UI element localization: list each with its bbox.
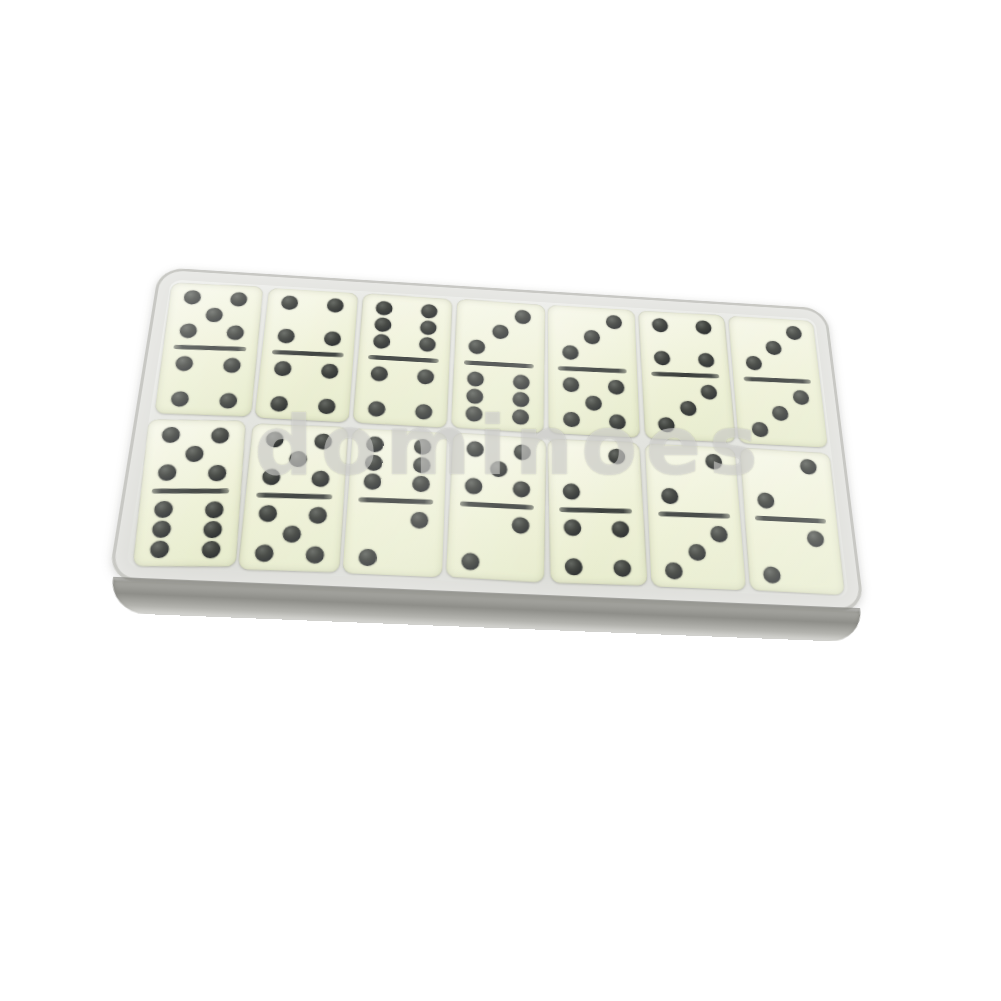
domino-half-bottom [238, 497, 343, 573]
pip [411, 511, 429, 528]
pip [513, 481, 531, 498]
pip [175, 355, 194, 371]
pip [326, 298, 344, 313]
pip [226, 325, 244, 340]
pip [154, 501, 174, 518]
pip [273, 360, 292, 376]
domino-half-bottom [254, 353, 353, 422]
pip [280, 295, 298, 310]
pip [489, 461, 507, 478]
pip [800, 458, 818, 474]
pip [492, 324, 509, 339]
pip [513, 374, 530, 390]
pip [758, 493, 776, 510]
pip [700, 384, 717, 399]
pip [562, 345, 578, 360]
domino-half-top [348, 428, 446, 501]
domino-5-4 [155, 283, 263, 417]
pip [311, 471, 330, 488]
tile-tray [125, 279, 850, 599]
pip [365, 455, 383, 472]
pip [765, 341, 782, 356]
pip [466, 441, 484, 458]
pip [652, 318, 669, 333]
pip [277, 329, 295, 344]
pip [205, 501, 225, 518]
domino-half-bottom [746, 519, 845, 595]
pip [261, 469, 280, 486]
pip [514, 444, 531, 461]
pip [512, 409, 529, 425]
pip [665, 562, 683, 580]
pip [314, 433, 333, 449]
pip [358, 549, 377, 567]
pip [512, 516, 530, 533]
domino-2-4 [548, 439, 647, 586]
pip [211, 427, 230, 443]
pip [465, 478, 483, 495]
pip [420, 320, 437, 335]
domino-5-2 [446, 433, 546, 583]
pip [417, 369, 435, 385]
pip [698, 353, 715, 368]
pip [230, 292, 248, 307]
pip [609, 448, 627, 464]
pip [515, 309, 531, 324]
pip [219, 393, 238, 409]
domino-5-5 [238, 423, 348, 572]
domino-half-bottom [734, 380, 828, 448]
pip [308, 506, 327, 523]
pip [364, 473, 383, 490]
pip [605, 315, 621, 330]
pip [183, 290, 202, 305]
domino-case [108, 267, 865, 612]
domino-half-top [450, 433, 546, 507]
domino-half-top [454, 299, 544, 366]
pip [607, 379, 624, 394]
pip [281, 525, 301, 542]
pip [415, 404, 433, 420]
pip [179, 324, 198, 339]
pip [317, 399, 335, 415]
pip [203, 521, 223, 538]
domino-half-bottom [343, 501, 444, 577]
domino-half-bottom [642, 375, 735, 442]
pip [374, 317, 392, 332]
pip [201, 541, 221, 558]
pip [170, 391, 189, 407]
pip [419, 337, 436, 352]
domino-half-bottom [549, 511, 647, 585]
domino-3-6 [451, 299, 545, 434]
pip [563, 412, 580, 428]
pip [585, 395, 602, 411]
domino-half-top [262, 288, 358, 354]
domino-half-bottom [446, 505, 545, 582]
pip [421, 304, 438, 319]
pip [807, 530, 825, 547]
domino-half-top [548, 305, 637, 370]
pip [412, 476, 430, 493]
domino-3-5 [548, 305, 640, 438]
product-photo: dominoes [0, 0, 1001, 1001]
domino-half-top [740, 448, 836, 520]
pip [305, 546, 325, 564]
domino-half-bottom [548, 369, 639, 437]
pip [376, 300, 393, 315]
pip [563, 484, 581, 501]
pip [254, 545, 274, 563]
pip [414, 438, 432, 454]
domino-5-6 [133, 419, 245, 566]
domino-half-top [164, 283, 263, 348]
pip [745, 356, 762, 371]
pip [258, 505, 278, 522]
pip [288, 451, 307, 468]
domino-2-3 [645, 443, 747, 590]
pip [150, 541, 170, 558]
pip [688, 544, 706, 561]
domino-half-top [645, 443, 740, 515]
domino-4-4 [254, 288, 358, 423]
pip [413, 457, 431, 474]
pip [614, 560, 632, 577]
pip [695, 320, 712, 335]
domino-half-top [359, 293, 452, 359]
pip [321, 363, 339, 379]
pip [564, 519, 582, 536]
domino-half-bottom [133, 493, 240, 566]
pip [679, 401, 696, 416]
pip [366, 436, 384, 452]
domino-half-top [729, 316, 820, 381]
pip [158, 465, 178, 481]
domino-half-top [638, 311, 729, 375]
pip [466, 388, 483, 404]
pip [461, 553, 480, 571]
pip [792, 390, 810, 405]
domino-6-4 [353, 293, 452, 428]
domino-half-top [548, 439, 643, 510]
domino-half-top [141, 419, 245, 489]
pip [608, 414, 625, 430]
domino-2-2 [740, 448, 844, 595]
pip [565, 558, 583, 575]
pip [562, 377, 579, 393]
domino-divider-bar [152, 489, 230, 494]
pip [658, 417, 675, 433]
pip [705, 453, 723, 469]
pip [223, 357, 242, 372]
pip [710, 525, 728, 542]
pip [467, 371, 484, 387]
domino-4-3 [638, 311, 735, 443]
pip [152, 521, 172, 538]
domino-half-bottom [155, 348, 257, 416]
pip [785, 325, 802, 340]
domino-half-bottom [353, 358, 449, 428]
pip [612, 521, 630, 538]
pip [371, 366, 389, 382]
pip [654, 351, 671, 366]
pip [468, 339, 485, 354]
pip [584, 330, 600, 345]
pip [205, 307, 223, 322]
pip [772, 406, 790, 422]
pip [661, 488, 679, 505]
pip [763, 567, 782, 585]
domino-3-3 [729, 316, 828, 448]
pip [161, 427, 180, 443]
domino-half-top [246, 423, 348, 495]
pip [751, 422, 769, 438]
pip [465, 406, 482, 422]
domino-6-2 [343, 428, 447, 577]
pip [512, 392, 529, 408]
pip [368, 401, 386, 417]
pip [208, 465, 227, 481]
pip [323, 331, 341, 346]
domino-half-bottom [451, 363, 544, 433]
pip [269, 396, 288, 412]
pip [373, 334, 391, 349]
pip [185, 446, 204, 462]
pip [265, 431, 284, 447]
domino-half-bottom [648, 515, 746, 590]
